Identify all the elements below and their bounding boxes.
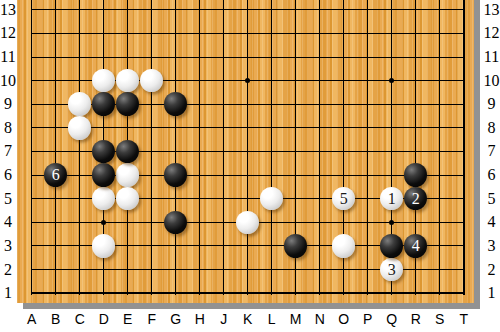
stone-black[interactable] [92,92,116,116]
stone-black[interactable] [164,211,188,235]
row-label-left: 4 [0,213,16,231]
row-label-left: 1 [0,284,16,302]
stone-white[interactable] [92,187,116,211]
stone-black[interactable] [380,234,404,258]
grid-line [31,9,465,10]
row-label-right: 6 [484,166,500,184]
row-label-right: 1 [484,284,500,302]
grid-line [79,0,80,295]
row-label-left: 8 [0,119,16,137]
stone-black[interactable]: 6 [44,163,68,187]
row-label-right: 12 [484,24,500,42]
move-number-label: 4 [412,238,420,254]
stone-black[interactable] [92,140,116,164]
grid-line [271,0,272,295]
star-point [389,220,394,225]
go-board[interactable]: 513624 [17,0,474,303]
stone-black[interactable] [404,163,428,187]
column-label: F [140,309,164,329]
move-number-label: 2 [412,191,420,207]
row-label-right: 7 [484,142,500,160]
stone-white[interactable] [92,234,116,258]
grid-line [31,0,32,295]
stone-white[interactable] [116,69,140,93]
row-label-right: 3 [484,237,500,255]
stone-white[interactable] [140,69,164,93]
move-number-label: 6 [52,167,60,183]
star-point [389,78,394,83]
grid-line [31,33,465,34]
stone-black[interactable] [116,92,140,116]
stone-white[interactable] [92,69,116,93]
column-label: P [356,309,380,329]
stone-white[interactable]: 5 [332,187,356,211]
stone-white[interactable]: 1 [380,187,404,211]
star-point [245,78,250,83]
grid-line [31,292,465,294]
move-number-label: 3 [388,262,396,278]
stone-white[interactable] [260,187,284,211]
grid-line [151,0,152,295]
stone-white[interactable] [116,163,140,187]
move-number-label: 1 [388,191,396,207]
row-label-right: 13 [484,1,500,19]
column-label: O [332,309,356,329]
column-label: N [308,309,332,329]
grid-line [31,127,465,128]
column-label: A [20,309,44,329]
column-label: G [164,309,188,329]
column-label: C [68,309,92,329]
row-label-right: 10 [484,72,500,90]
stone-white[interactable] [68,92,92,116]
column-label: M [284,309,308,329]
column-label: J [212,309,236,329]
stone-black[interactable] [92,163,116,187]
row-label-right: 4 [484,213,500,231]
grid-line [175,0,176,295]
stone-black[interactable]: 2 [404,187,428,211]
column-label: T [452,309,476,329]
column-label: D [92,309,116,329]
row-label-right: 2 [484,261,500,279]
grid-line [55,0,56,295]
stone-white[interactable] [332,234,356,258]
row-label-left: 12 [0,24,16,42]
column-label: E [116,309,140,329]
row-label-left: 3 [0,237,16,255]
grid-line [247,0,248,295]
column-label: S [428,309,452,329]
row-label-left: 13 [0,1,16,19]
stone-white[interactable] [116,187,140,211]
column-label: Q [380,309,404,329]
go-diagram: 513624 13121110987654321 131211109876543… [0,0,500,332]
grid-line [367,0,368,295]
row-label-left: 6 [0,166,16,184]
stone-white[interactable] [236,211,260,235]
row-label-left: 7 [0,142,16,160]
grid-line [463,0,465,295]
row-label-left: 9 [0,95,16,113]
grid-line [31,57,465,58]
column-label: R [404,309,428,329]
move-number-label: 5 [340,191,348,207]
row-label-right: 5 [484,190,500,208]
stone-white[interactable]: 3 [380,258,404,282]
star-point [101,220,106,225]
grid-line [199,0,200,295]
stone-black[interactable] [284,234,308,258]
grid-line [319,0,320,295]
column-label: B [44,309,68,329]
row-label-left: 5 [0,190,16,208]
stone-black[interactable] [164,163,188,187]
row-label-right: 11 [484,48,500,66]
column-label: H [188,309,212,329]
grid-line [223,0,224,295]
stone-black[interactable] [116,140,140,164]
stone-black[interactable] [164,92,188,116]
row-label-right: 8 [484,119,500,137]
column-label: K [236,309,260,329]
row-label-left: 2 [0,261,16,279]
stone-white[interactable] [68,116,92,140]
row-label-left: 10 [0,72,16,90]
row-label-right: 9 [484,95,500,113]
row-label-left: 11 [0,48,16,66]
stone-black[interactable]: 4 [404,234,428,258]
column-label: L [260,309,284,329]
grid-line [439,0,440,295]
